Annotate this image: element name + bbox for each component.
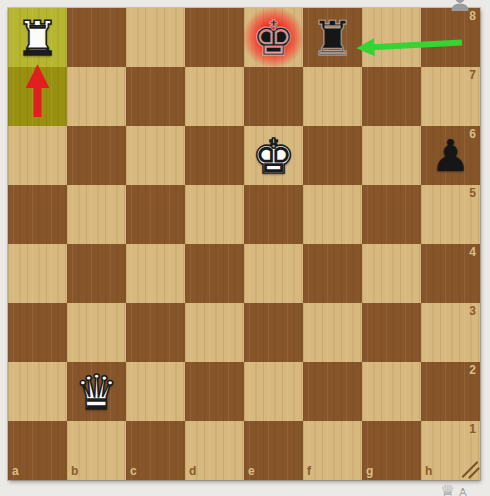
rank-label-3: 3 bbox=[469, 305, 476, 317]
square-e1[interactable]: e bbox=[244, 421, 303, 480]
square-g3[interactable] bbox=[362, 303, 421, 362]
square-e2[interactable] bbox=[244, 362, 303, 421]
square-a1[interactable]: a bbox=[8, 421, 67, 480]
square-a6[interactable] bbox=[8, 126, 67, 185]
square-h5[interactable]: 5 bbox=[421, 185, 480, 244]
square-h3[interactable]: 3 bbox=[421, 303, 480, 362]
square-c2[interactable] bbox=[126, 362, 185, 421]
square-h8[interactable]: 8 bbox=[421, 8, 480, 67]
square-b1[interactable]: b bbox=[67, 421, 126, 480]
square-c5[interactable] bbox=[126, 185, 185, 244]
white-rook-a8[interactable]: ♜ bbox=[8, 8, 67, 67]
square-c1[interactable]: c bbox=[126, 421, 185, 480]
square-a5[interactable] bbox=[8, 185, 67, 244]
square-c7[interactable] bbox=[126, 67, 185, 126]
file-label-c: c bbox=[130, 465, 137, 477]
square-e4[interactable] bbox=[244, 244, 303, 303]
square-h1[interactable]: 1h bbox=[421, 421, 480, 480]
file-label-e: e bbox=[248, 465, 255, 477]
rank-label-2: 2 bbox=[469, 364, 476, 376]
captured-material-row: ♕ ♙ bbox=[440, 483, 468, 496]
square-b4[interactable] bbox=[67, 244, 126, 303]
square-f2[interactable] bbox=[303, 362, 362, 421]
queen-crown-icon: ♕ bbox=[440, 483, 455, 496]
square-h4[interactable]: 4 bbox=[421, 244, 480, 303]
file-label-d: d bbox=[189, 465, 196, 477]
square-g7[interactable] bbox=[362, 67, 421, 126]
square-b3[interactable] bbox=[67, 303, 126, 362]
square-f4[interactable] bbox=[303, 244, 362, 303]
pawn-icon: ♙ bbox=[457, 487, 468, 496]
file-label-h: h bbox=[425, 465, 432, 477]
square-g6[interactable] bbox=[362, 126, 421, 185]
square-g8[interactable] bbox=[362, 8, 421, 67]
square-g4[interactable] bbox=[362, 244, 421, 303]
square-b8[interactable] bbox=[67, 8, 126, 67]
square-g5[interactable] bbox=[362, 185, 421, 244]
square-b6[interactable] bbox=[67, 126, 126, 185]
square-c4[interactable] bbox=[126, 244, 185, 303]
rank-label-8: 8 bbox=[469, 10, 476, 22]
square-a3[interactable] bbox=[8, 303, 67, 362]
square-b7[interactable] bbox=[67, 67, 126, 126]
rank-label-1: 1 bbox=[469, 423, 476, 435]
square-d1[interactable]: d bbox=[185, 421, 244, 480]
chess-app-stage: 8765432abcdefg1h ♜♚♜♚♟♛ ♕ ♙ bbox=[0, 0, 490, 496]
square-h2[interactable]: 2 bbox=[421, 362, 480, 421]
square-c6[interactable] bbox=[126, 126, 185, 185]
square-b5[interactable] bbox=[67, 185, 126, 244]
square-g2[interactable] bbox=[362, 362, 421, 421]
square-d4[interactable] bbox=[185, 244, 244, 303]
white-king-e6[interactable]: ♚ bbox=[244, 126, 303, 185]
square-d5[interactable] bbox=[185, 185, 244, 244]
square-f6[interactable] bbox=[303, 126, 362, 185]
square-c8[interactable] bbox=[126, 8, 185, 67]
file-label-f: f bbox=[307, 465, 311, 477]
square-e7[interactable] bbox=[244, 67, 303, 126]
square-e3[interactable] bbox=[244, 303, 303, 362]
file-label-b: b bbox=[71, 465, 78, 477]
user-icon[interactable] bbox=[451, 0, 469, 11]
square-c3[interactable] bbox=[126, 303, 185, 362]
square-h7[interactable]: 7 bbox=[421, 67, 480, 126]
rank-label-7: 7 bbox=[469, 69, 476, 81]
white-queen-b2[interactable]: ♛ bbox=[67, 362, 126, 421]
file-label-g: g bbox=[366, 465, 373, 477]
square-f5[interactable] bbox=[303, 185, 362, 244]
square-d2[interactable] bbox=[185, 362, 244, 421]
file-label-a: a bbox=[12, 465, 19, 477]
square-a7[interactable] bbox=[8, 67, 67, 126]
square-a2[interactable] bbox=[8, 362, 67, 421]
square-d6[interactable] bbox=[185, 126, 244, 185]
black-pawn-h6[interactable]: ♟ bbox=[421, 126, 480, 185]
black-rook-f8[interactable]: ♜ bbox=[303, 8, 362, 67]
rank-label-4: 4 bbox=[469, 246, 476, 258]
square-d7[interactable] bbox=[185, 67, 244, 126]
square-a4[interactable] bbox=[8, 244, 67, 303]
square-f3[interactable] bbox=[303, 303, 362, 362]
square-e5[interactable] bbox=[244, 185, 303, 244]
square-f7[interactable] bbox=[303, 67, 362, 126]
square-d3[interactable] bbox=[185, 303, 244, 362]
rank-label-5: 5 bbox=[469, 187, 476, 199]
square-d8[interactable] bbox=[185, 8, 244, 67]
black-king-e8[interactable]: ♚ bbox=[244, 8, 303, 67]
square-g1[interactable]: g bbox=[362, 421, 421, 480]
square-f1[interactable]: f bbox=[303, 421, 362, 480]
